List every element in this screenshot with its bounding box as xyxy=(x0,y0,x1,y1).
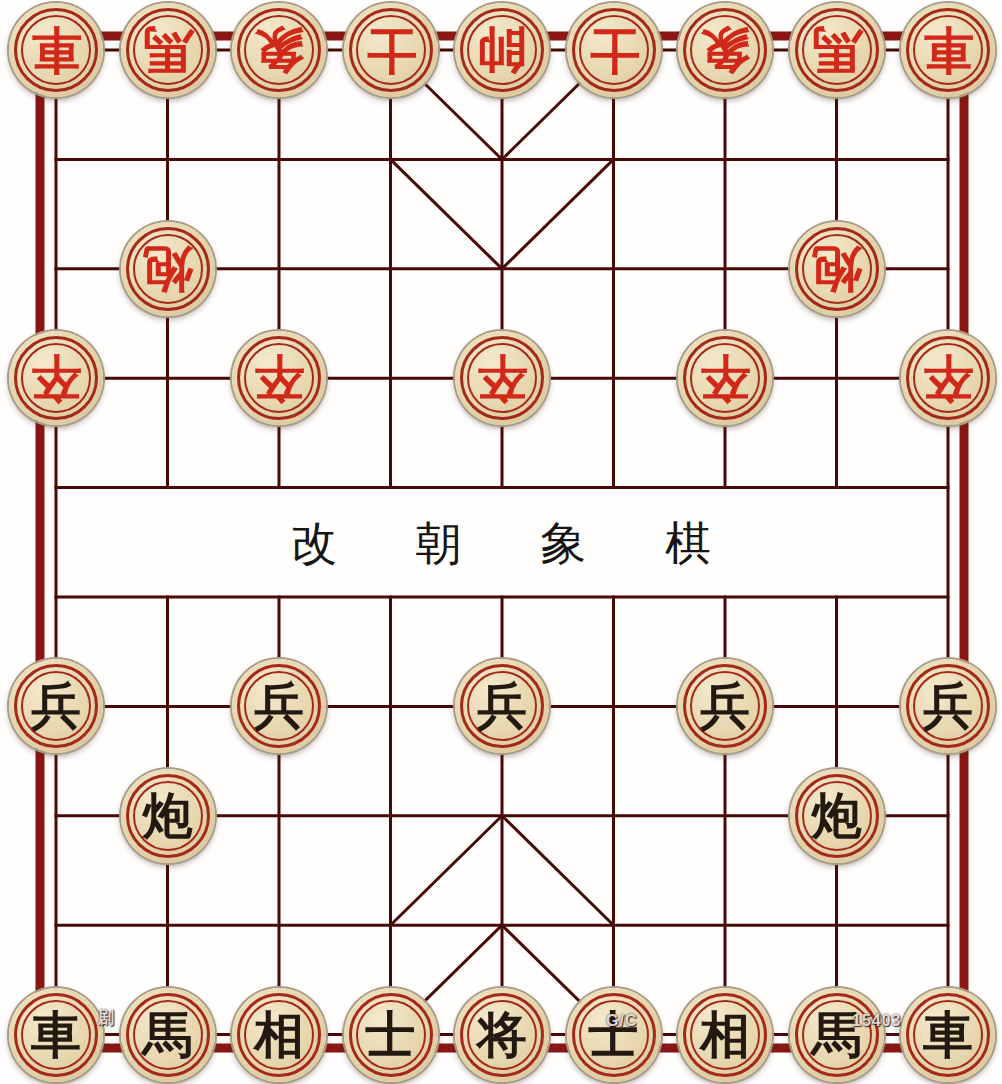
piece-red-chariot[interactable]: 車 xyxy=(901,3,995,97)
piece-red-elephant[interactable]: 象 xyxy=(678,3,772,97)
piece-red-soldier[interactable]: 卒 xyxy=(9,331,103,425)
river-title: 改 朝 象 棋 xyxy=(0,508,1002,580)
piece-black-soldier[interactable]: 兵 xyxy=(901,659,995,753)
piece-black-cannon[interactable]: 炮 xyxy=(790,769,884,863)
piece-red-advisor[interactable]: 士 xyxy=(567,3,661,97)
piece-glyph: 馬 xyxy=(790,3,884,97)
piece-black-horse[interactable]: 馬 xyxy=(790,988,884,1082)
piece-glyph: 炮 xyxy=(790,222,884,316)
piece-glyph: 兵 xyxy=(678,659,772,753)
piece-glyph: 士 xyxy=(567,988,661,1082)
piece-glyph: 卒 xyxy=(9,331,103,425)
piece-glyph: 帥 xyxy=(455,3,549,97)
piece-glyph: 卒 xyxy=(901,331,995,425)
piece-red-chariot[interactable]: 車 xyxy=(9,3,103,97)
piece-red-soldier[interactable]: 卒 xyxy=(901,331,995,425)
piece-black-advisor[interactable]: 士 xyxy=(567,988,661,1082)
piece-glyph: 馬 xyxy=(121,988,215,1082)
piece-black-soldier[interactable]: 兵 xyxy=(455,659,549,753)
piece-glyph: 兵 xyxy=(232,659,326,753)
piece-glyph: 士 xyxy=(344,3,438,97)
piece-red-cannon[interactable]: 炮 xyxy=(121,222,215,316)
piece-black-soldier[interactable]: 兵 xyxy=(678,659,772,753)
piece-glyph: 兵 xyxy=(901,659,995,753)
piece-black-soldier[interactable]: 兵 xyxy=(232,659,326,753)
piece-glyph: 相 xyxy=(678,988,772,1082)
piece-glyph: 車 xyxy=(901,988,995,1082)
piece-glyph: 馬 xyxy=(121,3,215,97)
piece-black-chariot[interactable]: 車 xyxy=(901,988,995,1082)
piece-red-elephant[interactable]: 象 xyxy=(232,3,326,97)
piece-glyph: 車 xyxy=(901,3,995,97)
piece-red-soldier[interactable]: 卒 xyxy=(455,331,549,425)
piece-red-horse[interactable]: 馬 xyxy=(790,3,884,97)
piece-glyph: 兵 xyxy=(9,659,103,753)
piece-red-general[interactable]: 帥 xyxy=(455,3,549,97)
piece-glyph: 兵 xyxy=(455,659,549,753)
piece-glyph: 炮 xyxy=(121,769,215,863)
piece-black-horse[interactable]: 馬 xyxy=(121,988,215,1082)
piece-glyph: 将 xyxy=(455,988,549,1082)
piece-glyph: 象 xyxy=(232,3,326,97)
piece-black-elephant[interactable]: 相 xyxy=(232,988,326,1082)
piece-black-cannon[interactable]: 炮 xyxy=(121,769,215,863)
piece-black-soldier[interactable]: 兵 xyxy=(9,659,103,753)
piece-black-general[interactable]: 将 xyxy=(455,988,549,1082)
piece-red-horse[interactable]: 馬 xyxy=(121,3,215,97)
piece-red-soldier[interactable]: 卒 xyxy=(678,331,772,425)
piece-glyph: 士 xyxy=(567,3,661,97)
piece-black-advisor[interactable]: 士 xyxy=(344,988,438,1082)
piece-red-cannon[interactable]: 炮 xyxy=(790,222,884,316)
piece-glyph: 車 xyxy=(9,988,103,1082)
piece-glyph: 象 xyxy=(678,3,772,97)
piece-glyph: 卒 xyxy=(455,331,549,425)
piece-black-chariot[interactable]: 車 xyxy=(9,988,103,1082)
xiangqi-board: 改 朝 象 棋 車馬象士帥士象馬車炮炮卒卒卒卒卒兵兵兵兵兵炮炮車馬相士将士相馬車… xyxy=(0,0,1002,1084)
piece-glyph: 士 xyxy=(344,988,438,1082)
piece-glyph: 炮 xyxy=(121,222,215,316)
piece-glyph: 炮 xyxy=(790,769,884,863)
piece-red-soldier[interactable]: 卒 xyxy=(232,331,326,425)
piece-glyph: 相 xyxy=(232,988,326,1082)
piece-glyph: 車 xyxy=(9,3,103,97)
piece-black-elephant[interactable]: 相 xyxy=(678,988,772,1082)
piece-glyph: 卒 xyxy=(232,331,326,425)
piece-red-advisor[interactable]: 士 xyxy=(344,3,438,97)
piece-glyph: 卒 xyxy=(678,331,772,425)
piece-glyph: 馬 xyxy=(790,988,884,1082)
